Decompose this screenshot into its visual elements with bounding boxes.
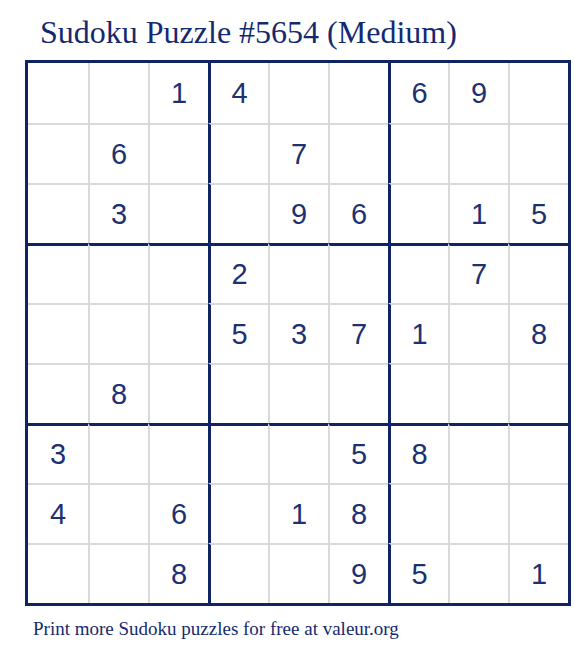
sudoku-cell-r1c1[interactable]	[28, 63, 88, 123]
sudoku-cell-r9c3[interactable]: 8	[148, 543, 208, 603]
sudoku-cell-r3c6[interactable]: 6	[328, 183, 388, 243]
sudoku-cell-r2c2[interactable]: 6	[88, 123, 148, 183]
sudoku-cell-r9c9[interactable]: 1	[508, 543, 568, 603]
sudoku-cell-r7c1[interactable]: 3	[28, 423, 88, 483]
sudoku-cell-r3c1[interactable]	[28, 183, 88, 243]
sudoku-cell-r3c5[interactable]: 9	[268, 183, 328, 243]
sudoku-cell-r4c1[interactable]	[28, 243, 88, 303]
sudoku-cell-r7c6[interactable]: 5	[328, 423, 388, 483]
sudoku-cell-r8c8[interactable]	[448, 483, 508, 543]
sudoku-cell-r9c5[interactable]	[268, 543, 328, 603]
sudoku-cell-r9c8[interactable]	[448, 543, 508, 603]
sudoku-cell-r5c4[interactable]: 5	[208, 303, 268, 363]
sudoku-cell-r2c9[interactable]	[508, 123, 568, 183]
sudoku-cell-r4c3[interactable]	[148, 243, 208, 303]
sudoku-cell-r2c1[interactable]	[28, 123, 88, 183]
sudoku-cell-r6c5[interactable]	[268, 363, 328, 423]
sudoku-cell-r2c5[interactable]: 7	[268, 123, 328, 183]
sudoku-cell-r3c9[interactable]: 5	[508, 183, 568, 243]
sudoku-cell-r9c4[interactable]	[208, 543, 268, 603]
sudoku-cell-r2c4[interactable]	[208, 123, 268, 183]
sudoku-cell-r7c7[interactable]: 8	[388, 423, 448, 483]
sudoku-cell-r1c3[interactable]: 1	[148, 63, 208, 123]
page: Sudoku Puzzle #5654 (Medium) 14696739615…	[0, 0, 574, 651]
sudoku-cell-r8c1[interactable]: 4	[28, 483, 88, 543]
sudoku-cell-r6c6[interactable]	[328, 363, 388, 423]
sudoku-cell-r5c1[interactable]	[28, 303, 88, 363]
sudoku-cell-r2c7[interactable]	[388, 123, 448, 183]
sudoku-cell-r2c6[interactable]	[328, 123, 388, 183]
sudoku-cell-r7c3[interactable]	[148, 423, 208, 483]
sudoku-cell-r5c7[interactable]: 1	[388, 303, 448, 363]
sudoku-cell-r6c8[interactable]	[448, 363, 508, 423]
sudoku-cell-r5c3[interactable]	[148, 303, 208, 363]
sudoku-cell-r4c2[interactable]	[88, 243, 148, 303]
sudoku-cell-r5c8[interactable]	[448, 303, 508, 363]
sudoku-cell-r8c7[interactable]	[388, 483, 448, 543]
sudoku-cell-r6c3[interactable]	[148, 363, 208, 423]
sudoku-cell-r4c5[interactable]	[268, 243, 328, 303]
sudoku-cell-r6c1[interactable]	[28, 363, 88, 423]
sudoku-cell-r1c5[interactable]	[268, 63, 328, 123]
sudoku-cell-r1c7[interactable]: 6	[388, 63, 448, 123]
sudoku-cell-r3c2[interactable]: 3	[88, 183, 148, 243]
sudoku-cell-r4c8[interactable]: 7	[448, 243, 508, 303]
sudoku-cell-r7c8[interactable]	[448, 423, 508, 483]
sudoku-cell-r8c4[interactable]	[208, 483, 268, 543]
sudoku-cell-r3c3[interactable]	[148, 183, 208, 243]
sudoku-cell-r1c2[interactable]	[88, 63, 148, 123]
sudoku-cell-r6c7[interactable]	[388, 363, 448, 423]
sudoku-cell-r4c4[interactable]: 2	[208, 243, 268, 303]
sudoku-cell-r5c5[interactable]: 3	[268, 303, 328, 363]
sudoku-cell-r8c5[interactable]: 1	[268, 483, 328, 543]
sudoku-cell-r8c3[interactable]: 6	[148, 483, 208, 543]
sudoku-cell-r7c5[interactable]	[268, 423, 328, 483]
sudoku-cell-r1c9[interactable]	[508, 63, 568, 123]
sudoku-cell-r7c4[interactable]	[208, 423, 268, 483]
sudoku-cell-r9c2[interactable]	[88, 543, 148, 603]
sudoku-cell-r1c4[interactable]: 4	[208, 63, 268, 123]
sudoku-board: 146967396152753718835846188951	[25, 60, 571, 606]
sudoku-cell-r5c9[interactable]: 8	[508, 303, 568, 363]
sudoku-cell-r5c6[interactable]: 7	[328, 303, 388, 363]
footer-note: Print more Sudoku puzzles for free at va…	[33, 618, 399, 640]
sudoku-cell-r7c9[interactable]	[508, 423, 568, 483]
sudoku-cell-r3c4[interactable]	[208, 183, 268, 243]
sudoku-cell-r5c2[interactable]	[88, 303, 148, 363]
sudoku-cell-r6c2[interactable]: 8	[88, 363, 148, 423]
sudoku-cell-r7c2[interactable]	[88, 423, 148, 483]
sudoku-cell-r4c7[interactable]	[388, 243, 448, 303]
sudoku-cell-r3c8[interactable]: 1	[448, 183, 508, 243]
sudoku-cell-r9c7[interactable]: 5	[388, 543, 448, 603]
sudoku-cell-r4c9[interactable]	[508, 243, 568, 303]
sudoku-cell-r6c9[interactable]	[508, 363, 568, 423]
sudoku-cell-r9c6[interactable]: 9	[328, 543, 388, 603]
sudoku-cell-r8c2[interactable]	[88, 483, 148, 543]
sudoku-cell-r1c8[interactable]: 9	[448, 63, 508, 123]
sudoku-cell-r6c4[interactable]	[208, 363, 268, 423]
sudoku-cell-r8c6[interactable]: 8	[328, 483, 388, 543]
sudoku-cell-r9c1[interactable]	[28, 543, 88, 603]
sudoku-cell-r8c9[interactable]	[508, 483, 568, 543]
sudoku-cell-r2c8[interactable]	[448, 123, 508, 183]
sudoku-cell-r2c3[interactable]	[148, 123, 208, 183]
sudoku-cell-r4c6[interactable]	[328, 243, 388, 303]
sudoku-cell-r3c7[interactable]	[388, 183, 448, 243]
sudoku-cell-r1c6[interactable]	[328, 63, 388, 123]
puzzle-title: Sudoku Puzzle #5654 (Medium)	[40, 12, 457, 52]
